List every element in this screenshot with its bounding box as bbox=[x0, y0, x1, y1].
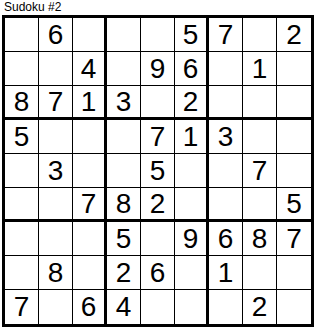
cell-r7c6[interactable]: 9 bbox=[175, 222, 209, 256]
cell-r9c2[interactable] bbox=[39, 290, 73, 324]
cell-r4c9[interactable] bbox=[277, 120, 311, 154]
sudoku-board: 6572496187132571335778255968782617642 bbox=[2, 15, 314, 327]
cell-r8c1[interactable] bbox=[5, 256, 39, 290]
cell-r3c2[interactable]: 7 bbox=[39, 86, 73, 120]
cell-r7c1[interactable] bbox=[5, 222, 39, 256]
cell-r5c3[interactable] bbox=[73, 154, 107, 188]
cell-r3c5[interactable] bbox=[141, 86, 175, 120]
cell-r4c6[interactable]: 1 bbox=[175, 120, 209, 154]
cell-r6c9[interactable]: 5 bbox=[277, 188, 311, 222]
cell-r9c1[interactable]: 7 bbox=[5, 290, 39, 324]
cell-r9c8[interactable]: 2 bbox=[243, 290, 277, 324]
cell-r7c8[interactable]: 8 bbox=[243, 222, 277, 256]
cell-r4c1[interactable]: 5 bbox=[5, 120, 39, 154]
cell-r1c6[interactable]: 5 bbox=[175, 18, 209, 52]
cell-r8c3[interactable] bbox=[73, 256, 107, 290]
cell-r6c8[interactable] bbox=[243, 188, 277, 222]
cell-r7c3[interactable] bbox=[73, 222, 107, 256]
cell-r6c7[interactable] bbox=[209, 188, 243, 222]
cell-r1c8[interactable] bbox=[243, 18, 277, 52]
cell-r4c8[interactable] bbox=[243, 120, 277, 154]
cell-r5c9[interactable] bbox=[277, 154, 311, 188]
cell-r6c1[interactable] bbox=[5, 188, 39, 222]
cell-r3c9[interactable] bbox=[277, 86, 311, 120]
cell-r8c4[interactable]: 2 bbox=[107, 256, 141, 290]
cell-r5c7[interactable] bbox=[209, 154, 243, 188]
cell-r3c1[interactable]: 8 bbox=[5, 86, 39, 120]
cell-r7c9[interactable]: 7 bbox=[277, 222, 311, 256]
cell-r6c6[interactable] bbox=[175, 188, 209, 222]
cell-r9c4[interactable]: 4 bbox=[107, 290, 141, 324]
cell-r2c3[interactable]: 4 bbox=[73, 52, 107, 86]
cell-r8c9[interactable] bbox=[277, 256, 311, 290]
cell-r1c1[interactable] bbox=[5, 18, 39, 52]
cell-r4c7[interactable]: 3 bbox=[209, 120, 243, 154]
cell-r6c3[interactable]: 7 bbox=[73, 188, 107, 222]
cell-r2c8[interactable]: 1 bbox=[243, 52, 277, 86]
cell-r7c7[interactable]: 6 bbox=[209, 222, 243, 256]
cell-r5c1[interactable] bbox=[5, 154, 39, 188]
cell-r5c5[interactable]: 5 bbox=[141, 154, 175, 188]
cell-r3c8[interactable] bbox=[243, 86, 277, 120]
cell-r1c5[interactable] bbox=[141, 18, 175, 52]
cell-r4c3[interactable] bbox=[73, 120, 107, 154]
cell-r6c2[interactable] bbox=[39, 188, 73, 222]
cell-r2c7[interactable] bbox=[209, 52, 243, 86]
cell-r4c4[interactable] bbox=[107, 120, 141, 154]
cell-r2c4[interactable] bbox=[107, 52, 141, 86]
cell-r5c4[interactable] bbox=[107, 154, 141, 188]
cell-r9c3[interactable]: 6 bbox=[73, 290, 107, 324]
cell-r4c5[interactable]: 7 bbox=[141, 120, 175, 154]
cell-r7c2[interactable] bbox=[39, 222, 73, 256]
cell-r9c7[interactable] bbox=[209, 290, 243, 324]
cell-r3c4[interactable]: 3 bbox=[107, 86, 141, 120]
cell-r6c4[interactable]: 8 bbox=[107, 188, 141, 222]
cell-r5c8[interactable]: 7 bbox=[243, 154, 277, 188]
cell-r9c5[interactable] bbox=[141, 290, 175, 324]
cell-r4c2[interactable] bbox=[39, 120, 73, 154]
cell-r1c4[interactable] bbox=[107, 18, 141, 52]
cell-r1c9[interactable]: 2 bbox=[277, 18, 311, 52]
cell-r1c2[interactable]: 6 bbox=[39, 18, 73, 52]
cell-r1c7[interactable]: 7 bbox=[209, 18, 243, 52]
cell-r3c3[interactable]: 1 bbox=[73, 86, 107, 120]
cell-r9c9[interactable] bbox=[277, 290, 311, 324]
cell-r5c6[interactable] bbox=[175, 154, 209, 188]
cell-r5c2[interactable]: 3 bbox=[39, 154, 73, 188]
cell-r2c5[interactable]: 9 bbox=[141, 52, 175, 86]
cell-r7c4[interactable]: 5 bbox=[107, 222, 141, 256]
cell-r1c3[interactable] bbox=[73, 18, 107, 52]
cell-r8c5[interactable]: 6 bbox=[141, 256, 175, 290]
cell-r2c1[interactable] bbox=[5, 52, 39, 86]
cell-r6c5[interactable]: 2 bbox=[141, 188, 175, 222]
cell-r2c2[interactable] bbox=[39, 52, 73, 86]
puzzle-title: Sudoku #2 bbox=[4, 1, 317, 14]
cell-r7c5[interactable] bbox=[141, 222, 175, 256]
cell-r8c6[interactable] bbox=[175, 256, 209, 290]
cell-r2c9[interactable] bbox=[277, 52, 311, 86]
sudoku-page: Sudoku #2 657249618713257133577825596878… bbox=[0, 0, 317, 327]
cell-r3c6[interactable]: 2 bbox=[175, 86, 209, 120]
cell-r8c7[interactable]: 1 bbox=[209, 256, 243, 290]
cell-r9c6[interactable] bbox=[175, 290, 209, 324]
cell-r8c8[interactable] bbox=[243, 256, 277, 290]
cell-r2c6[interactable]: 6 bbox=[175, 52, 209, 86]
cell-r3c7[interactable] bbox=[209, 86, 243, 120]
cell-r8c2[interactable]: 8 bbox=[39, 256, 73, 290]
